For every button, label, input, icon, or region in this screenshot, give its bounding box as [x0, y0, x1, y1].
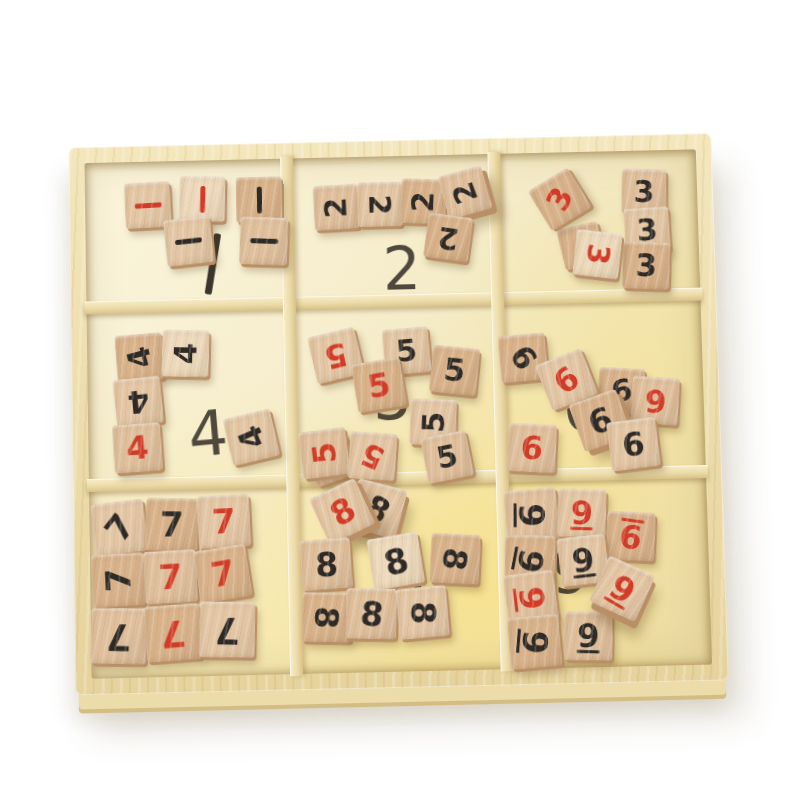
- tile-digit: 2: [436, 221, 461, 253]
- printed-base-numeral-4: 4: [186, 402, 231, 467]
- number-tile-4-3[interactable]: 4: [113, 375, 165, 427]
- tile-digit: 9: [570, 543, 596, 578]
- tile-digit: 8: [310, 605, 343, 629]
- tile-digit: [200, 186, 205, 213]
- number-tile-5-9[interactable]: 5: [420, 430, 474, 484]
- compartment-5: 5555555555: [296, 305, 496, 474]
- tile-digit: 4: [126, 385, 151, 418]
- tile-digit: 8: [438, 545, 473, 572]
- tile-digit: 9: [570, 497, 593, 530]
- tile-digit: 8: [324, 491, 361, 531]
- wooden-tray: 222222 333333 444444 5555555555 66666666…: [68, 133, 728, 695]
- tile-digit: 4: [170, 342, 201, 364]
- tile-digit: 8: [406, 601, 439, 624]
- number-tile-8-8[interactable]: 8: [395, 585, 450, 640]
- tile-digit: 8: [380, 541, 412, 580]
- digit-one-bar: [250, 238, 278, 244]
- tile-digit: 7: [99, 508, 141, 548]
- printed-base-numeral-2: 2: [382, 238, 421, 298]
- number-tile-2-4[interactable]: 2: [438, 165, 493, 220]
- tile-digit: 3: [633, 177, 654, 207]
- tile-digit: 9: [513, 584, 549, 611]
- number-tile-7-1[interactable]: 7: [91, 498, 149, 557]
- number-tile-9-8[interactable]: 9: [564, 611, 613, 660]
- number-tile-5-8[interactable]: 5: [347, 431, 397, 481]
- tile-digit: 8: [358, 596, 385, 632]
- compartment-6: 66666666: [504, 301, 706, 470]
- tile-digit: 5: [418, 411, 449, 433]
- tile-digit: 5: [356, 438, 388, 475]
- tile-digit: 9: [604, 568, 641, 608]
- tile-digit: 5: [365, 367, 392, 402]
- compartment-1: [84, 159, 282, 302]
- number-tile-7-8[interactable]: 7: [144, 603, 203, 663]
- number-tile-5-4[interactable]: 5: [351, 357, 407, 413]
- tile-digit: 4: [125, 431, 149, 465]
- compartment-7: 7777777777: [89, 488, 290, 679]
- number-tile-6-7[interactable]: 6: [606, 417, 661, 472]
- tile-digit: [175, 237, 202, 245]
- number-tile-4-2[interactable]: 4: [162, 330, 210, 377]
- compartment-8: 888888888: [299, 483, 500, 674]
- tile-digit: 9: [515, 503, 549, 527]
- tile-digit: 6: [644, 384, 667, 416]
- number-tile-7-2[interactable]: 7: [145, 498, 198, 551]
- digit-one-bar: [200, 186, 205, 213]
- tile-digit: 3: [582, 242, 614, 266]
- tile-digit: 2: [365, 194, 395, 215]
- number-tile-2-1[interactable]: 2: [313, 184, 360, 231]
- number-tile-3-2[interactable]: 3: [528, 167, 592, 231]
- number-tile-1-5[interactable]: [239, 217, 288, 266]
- tray-base: 222222 333333 444444 5555555555 66666666…: [84, 149, 712, 678]
- tile-digit: 4: [232, 421, 270, 454]
- number-tile-6-6[interactable]: 6: [507, 423, 557, 473]
- product-photo-scene: 222222 333333 444444 5555555555 66666666…: [0, 0, 800, 800]
- number-tile-8-3[interactable]: 8: [299, 537, 353, 591]
- digit-one-bar: [256, 186, 261, 213]
- tile-digit: 2: [321, 196, 352, 218]
- number-tile-3-5[interactable]: 3: [622, 242, 670, 290]
- number-tile-8-7[interactable]: 8: [346, 588, 397, 639]
- number-tile-8-4[interactable]: 8: [366, 532, 425, 591]
- number-tile-4-4[interactable]: 4: [112, 422, 163, 474]
- number-tile-9-7[interactable]: 9: [507, 614, 563, 670]
- tile-digit: 7: [158, 559, 183, 595]
- number-tile-2-2[interactable]: 2: [357, 182, 403, 227]
- number-tile-3-6[interactable]: 3: [572, 229, 623, 280]
- number-tile-7-9[interactable]: 7: [199, 601, 255, 657]
- tile-digit: 6: [548, 360, 585, 399]
- tile-digit: 8: [314, 547, 338, 581]
- number-tile-8-6[interactable]: 8: [302, 592, 352, 642]
- compartment-3: 333333: [500, 149, 700, 292]
- tile-digit: [256, 186, 261, 213]
- number-tile-5-7[interactable]: 5: [298, 427, 351, 480]
- number-tile-9-2[interactable]: 9: [557, 488, 606, 538]
- tile-digit: 3: [635, 250, 657, 281]
- tile-digit: 4: [122, 343, 157, 372]
- tile-digit: 7: [106, 618, 132, 655]
- tile-digit: 6: [620, 427, 646, 462]
- tile-digit: 5: [308, 440, 341, 465]
- compartment-9: 9999999999: [509, 478, 712, 669]
- tile-digit: 7: [208, 555, 237, 593]
- number-tile-1-2[interactable]: [179, 176, 226, 222]
- number-tile-7-7[interactable]: 7: [90, 608, 146, 664]
- tile-digit: 9: [618, 519, 644, 554]
- tile-digit: 3: [541, 183, 578, 216]
- number-tile-4-5[interactable]: 4: [223, 408, 281, 466]
- tile-digit: 9: [517, 628, 553, 655]
- digit-one-bar: [134, 202, 161, 208]
- tile-digit: 2: [447, 178, 482, 208]
- number-tile-8-5[interactable]: 8: [429, 533, 480, 585]
- tile-digit: 7: [160, 507, 184, 541]
- number-tile-7-4[interactable]: 7: [91, 552, 146, 607]
- tile-digit: 5: [442, 354, 466, 387]
- tile-digit: [250, 238, 278, 244]
- compartment-2: 222222: [293, 154, 491, 297]
- number-tile-9-3[interactable]: 9: [606, 511, 656, 562]
- tile-digit: 6: [520, 431, 544, 464]
- number-tile-7-3[interactable]: 7: [196, 494, 251, 549]
- tile-digit: 7: [211, 503, 237, 538]
- tile-digit: 3: [636, 214, 659, 245]
- tile-digit: 9: [577, 620, 600, 653]
- number-tile-1-4[interactable]: [163, 216, 214, 267]
- tile-digit: 2: [408, 191, 438, 212]
- number-tile-2-5[interactable]: 2: [423, 212, 473, 262]
- number-tile-7-5[interactable]: 7: [143, 549, 198, 604]
- tile-digit: 7: [101, 567, 136, 593]
- tile-digit: 7: [214, 611, 240, 648]
- tile-digit: [134, 202, 161, 208]
- tile-digit: 5: [321, 337, 350, 373]
- digit-one-bar: [175, 237, 202, 245]
- compartment-4: 444444: [87, 310, 287, 479]
- tile-digit: 7: [159, 614, 187, 652]
- number-tile-5-3[interactable]: 5: [429, 345, 480, 396]
- number-tile-7-6[interactable]: 7: [193, 543, 253, 603]
- tile-digit: 5: [434, 440, 460, 474]
